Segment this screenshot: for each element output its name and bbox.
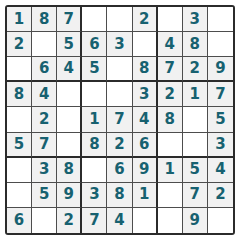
cell-r5c7: 8 [158,107,183,132]
cell-r4c7: 2 [158,82,183,107]
cell-r7c2: 3 [32,158,57,183]
cell-digit: 2 [190,61,200,76]
sudoku-board: 1872325634864587298432172174855782633869… [5,5,235,235]
cell-r9c6[interactable] [133,208,158,233]
cell-digit: 4 [39,87,49,102]
cell-digit: 8 [64,162,74,177]
cell-r8c8: 7 [183,183,208,208]
cell-r8c1[interactable] [7,183,32,208]
cell-r4c2: 4 [32,82,57,107]
cell-r3c2: 6 [32,57,57,82]
cell-digit: 6 [14,213,24,228]
cell-digit: 2 [64,213,74,228]
cell-digit: 7 [39,137,49,152]
cell-r8c9: 2 [208,183,233,208]
cell-r7c5: 6 [107,158,132,183]
cell-r8c5: 8 [107,183,132,208]
cell-r3c8: 2 [183,57,208,82]
cell-digit: 4 [114,213,124,228]
cell-digit: 7 [89,213,99,228]
cell-digit: 5 [190,162,200,177]
cell-r1c1: 1 [7,7,32,32]
cell-digit: 7 [215,87,225,102]
cell-r9c7[interactable] [158,208,183,233]
cell-r4c8: 1 [183,82,208,107]
cell-r6c7[interactable] [158,133,183,158]
cell-r2c7: 4 [158,32,183,57]
cell-r1c7[interactable] [158,7,183,32]
cell-r5c9: 5 [208,107,233,132]
cell-r6c3[interactable] [57,133,82,158]
cell-digit: 8 [164,112,174,127]
cell-r5c8[interactable] [183,107,208,132]
cell-digit: 2 [139,12,149,27]
cell-digit: 3 [190,12,200,27]
cell-r4c3[interactable] [57,82,82,107]
cell-digit: 7 [190,187,200,202]
cell-r6c6: 6 [133,133,158,158]
cell-r9c4: 7 [82,208,107,233]
cell-r9c1: 6 [7,208,32,233]
cell-digit: 1 [139,187,149,202]
cell-r3c5[interactable] [107,57,132,82]
cell-r5c1[interactable] [7,107,32,132]
cell-r4c4[interactable] [82,82,107,107]
cell-digit: 8 [139,61,149,76]
cell-digit: 5 [14,137,24,152]
cell-digit: 1 [14,12,24,27]
cell-digit: 5 [89,61,99,76]
cell-r5c4: 1 [82,107,107,132]
cell-digit: 8 [89,137,99,152]
cell-digit: 7 [114,112,124,127]
cell-digit: 8 [114,187,124,202]
cell-r9c8: 9 [183,208,208,233]
cell-digit: 5 [39,187,49,202]
cell-r9c9[interactable] [208,208,233,233]
cell-r2c2[interactable] [32,32,57,57]
cell-r5c5: 7 [107,107,132,132]
cell-r7c3: 8 [57,158,82,183]
cell-digit: 2 [164,87,174,102]
cell-digit: 7 [164,61,174,76]
cell-digit: 2 [215,187,225,202]
cell-r7c1[interactable] [7,158,32,183]
cell-digit: 3 [139,87,149,102]
cell-digit: 4 [64,61,74,76]
cell-r6c1: 5 [7,133,32,158]
cell-digit: 8 [14,87,24,102]
cell-r1c5[interactable] [107,7,132,32]
cell-digit: 5 [215,112,225,127]
cell-r8c2: 5 [32,183,57,208]
cell-r4c6: 3 [133,82,158,107]
cell-digit: 1 [190,87,200,102]
cell-digit: 5 [64,37,74,52]
cell-digit: 6 [114,162,124,177]
cell-digit: 9 [215,61,225,76]
cell-r2c1: 2 [7,32,32,57]
cell-digit: 7 [64,12,74,27]
cell-r7c6: 9 [133,158,158,183]
cell-r2c4: 6 [82,32,107,57]
cell-r3c6: 8 [133,57,158,82]
cell-r5c2: 2 [32,107,57,132]
cell-r7c4[interactable] [82,158,107,183]
cell-digit: 6 [39,61,49,76]
cell-r9c3: 2 [57,208,82,233]
cell-r6c2: 7 [32,133,57,158]
cell-r2c8: 8 [183,32,208,57]
cell-r6c8[interactable] [183,133,208,158]
cell-r1c4[interactable] [82,7,107,32]
cell-r2c3: 5 [57,32,82,57]
cell-r1c8: 3 [183,7,208,32]
cell-r4c1: 8 [7,82,32,107]
cell-r4c5[interactable] [107,82,132,107]
cell-r1c9[interactable] [208,7,233,32]
cell-r8c7[interactable] [158,183,183,208]
cell-r5c6: 4 [133,107,158,132]
cell-digit: 2 [114,137,124,152]
cell-digit: 6 [139,137,149,152]
cell-r6c5: 2 [107,133,132,158]
cell-digit: 4 [139,112,149,127]
cell-digit: 9 [190,213,200,228]
cell-digit: 3 [39,162,49,177]
cell-r7c7: 1 [158,158,183,183]
cell-digit: 1 [164,162,174,177]
cell-r7c9: 4 [208,158,233,183]
cell-r8c4: 3 [82,183,107,208]
cell-r1c3: 7 [57,7,82,32]
cell-r2c5: 3 [107,32,132,57]
cell-r6c4: 8 [82,133,107,158]
cell-r3c9: 9 [208,57,233,82]
cell-r9c2[interactable] [32,208,57,233]
cell-r2c9[interactable] [208,32,233,57]
cell-r3c7: 7 [158,57,183,82]
cell-r2c6[interactable] [133,32,158,57]
cell-digit: 9 [139,162,149,177]
cell-r8c3: 9 [57,183,82,208]
cell-digit: 8 [39,12,49,27]
cell-digit: 3 [114,37,124,52]
cell-r4c9: 7 [208,82,233,107]
cell-r3c3: 4 [57,57,82,82]
cell-digit: 1 [89,112,99,127]
cell-r7c8: 5 [183,158,208,183]
cell-r1c6: 2 [133,7,158,32]
cell-r9c5: 4 [107,208,132,233]
cell-digit: 4 [164,37,174,52]
cell-r3c1[interactable] [7,57,32,82]
cell-digit: 2 [14,37,24,52]
cell-r8c6: 1 [133,183,158,208]
cell-digit: 8 [190,37,200,52]
cell-digit: 4 [215,162,225,177]
cell-digit: 3 [215,137,225,152]
cell-digit: 6 [89,37,99,52]
cell-r3c4: 5 [82,57,107,82]
cell-r5c3[interactable] [57,107,82,132]
cell-digit: 9 [64,187,74,202]
cell-digit: 2 [39,112,49,127]
cell-digit: 3 [89,187,99,202]
cell-r1c2: 8 [32,7,57,32]
cell-r6c9: 3 [208,133,233,158]
